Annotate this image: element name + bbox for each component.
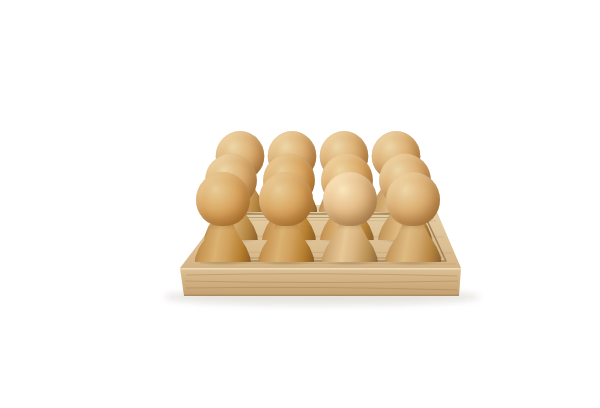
peg-head (386, 172, 440, 226)
photo-stage (0, 0, 600, 408)
pieces-layer (0, 0, 600, 408)
peg-piece-r2c3[interactable] (385, 172, 441, 262)
peg-head (259, 172, 313, 226)
peg-piece-r2c0[interactable] (195, 172, 251, 262)
peg-piece-r2c2[interactable] (322, 172, 378, 262)
peg-head (196, 172, 250, 226)
peg-head (323, 172, 377, 226)
peg-piece-r2c1[interactable] (258, 172, 314, 262)
